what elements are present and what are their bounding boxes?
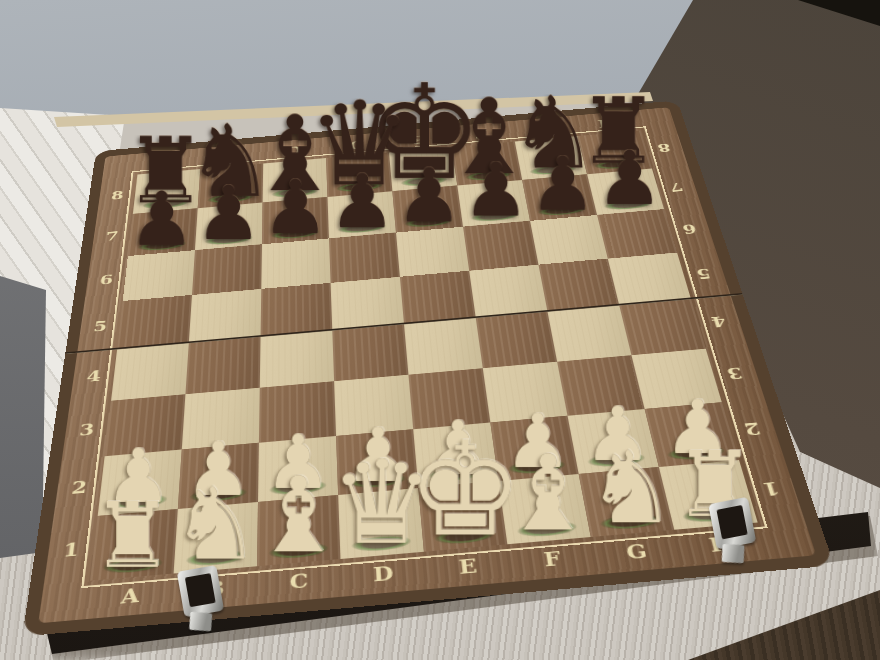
- square-h6: [597, 209, 677, 258]
- coordinate-label: F: [507, 537, 598, 582]
- square-a5: [117, 295, 192, 349]
- board-squares: ♜♞♝♛♚♝♞♜♟♟♟♟♟♟♟♟♟♟♟♟♟♟♟♟♜♞♝♛♚♝♞♜: [90, 130, 758, 580]
- square-f7: ♟: [457, 180, 530, 227]
- square-a6: [123, 250, 195, 301]
- clasp-foot: [722, 544, 745, 563]
- coordinate-label: 1: [44, 516, 98, 585]
- black-pawn-e7: ♟: [396, 166, 463, 226]
- clasp-hole: [716, 505, 747, 539]
- coordinate-label: 4: [70, 349, 117, 404]
- square-e7: ♟: [392, 186, 463, 233]
- coordinate-label: 6: [84, 256, 128, 304]
- square-c6: [261, 238, 330, 288]
- white-knight-b1: ♞: [171, 485, 260, 565]
- square-d4: [332, 324, 408, 381]
- square-a7: ♟: [128, 208, 198, 256]
- square-g4: [547, 305, 631, 362]
- black-pawn-g7: ♟: [529, 155, 596, 215]
- clasp-foot: [189, 612, 212, 631]
- coordinate-label: 7: [91, 214, 133, 259]
- square-b5: [189, 289, 261, 343]
- square-c7: ♟: [262, 197, 329, 244]
- square-h4: [619, 299, 706, 355]
- square-e6: [396, 227, 469, 277]
- square-g7: ♟: [522, 174, 597, 221]
- black-pawn-f7: ♟: [463, 161, 530, 221]
- black-pawn-d7: ♟: [329, 172, 396, 232]
- coordinate-label: D: [340, 552, 427, 597]
- coordinate-label: 3: [62, 401, 111, 460]
- square-d6: [329, 233, 400, 283]
- square-c5: [261, 283, 333, 337]
- white-queen-d1: ♛: [330, 457, 434, 550]
- black-pawn-c7: ♟: [262, 178, 329, 238]
- coordinate-label: C: [256, 559, 341, 604]
- clasp-hole: [185, 573, 216, 607]
- black-pawn-a7: ♟: [128, 190, 195, 250]
- square-b4: [185, 337, 260, 395]
- black-pawn-b7: ♟: [195, 184, 262, 244]
- coordinate-label: A: [86, 574, 174, 620]
- coordinate-label: E: [424, 544, 513, 589]
- square-f4: [476, 311, 557, 368]
- white-rook-a1: ♜: [92, 499, 173, 571]
- coordinate-label: 5: [77, 301, 122, 353]
- square-e4: [404, 318, 483, 375]
- square-b1: ♞: [174, 502, 258, 573]
- square-f5: [469, 265, 547, 318]
- white-bishop-f1: ♝: [501, 452, 595, 535]
- square-c1: ♝: [257, 495, 340, 566]
- chess-set-photo: ♜♞♝♛♚♝♞♜♟♟♟♟♟♟♟♟♟♟♟♟♟♟♟♟♜♞♝♛♚♝♞♜ ABCDEFG…: [0, 0, 880, 660]
- square-d7: ♟: [327, 191, 396, 238]
- square-c4: [260, 330, 334, 387]
- square-b6: [192, 244, 262, 295]
- square-a1: ♜: [90, 509, 178, 581]
- square-b7: ♟: [195, 203, 263, 251]
- square-f6: [463, 221, 538, 271]
- square-g5: [538, 259, 619, 312]
- square-f1: ♝: [499, 474, 591, 544]
- white-knight-g1: ♞: [587, 448, 676, 528]
- square-a4: [111, 343, 189, 401]
- square-d1: ♛: [338, 488, 424, 559]
- square-h7: ♟: [587, 169, 664, 215]
- coordinate-label: G: [591, 530, 684, 575]
- square-g6: [530, 215, 608, 265]
- square-d5: [331, 277, 404, 331]
- square-e5: [400, 271, 476, 324]
